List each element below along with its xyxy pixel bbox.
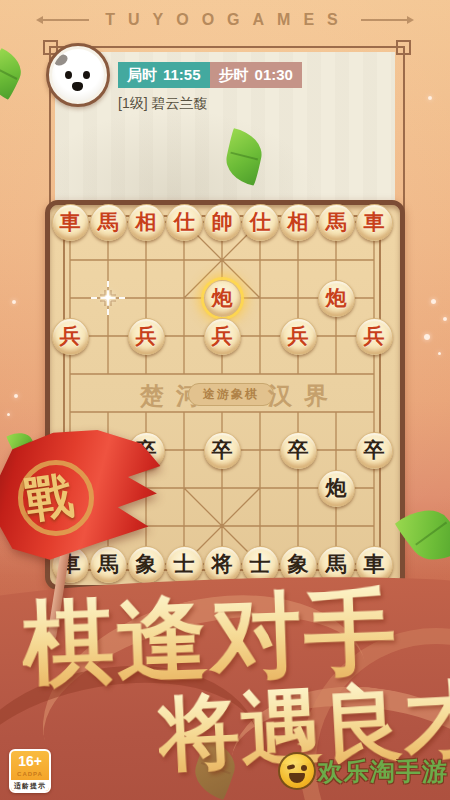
watermark-text: 欢乐淘手游 [318,755,448,788]
arrow-right-icon [407,16,414,24]
xiangqi-piece-red[interactable]: 炮 [204,280,241,317]
xiangqi-piece-red[interactable]: 兵 [128,318,165,355]
leaf-icon [0,48,28,101]
xiangqi-piece-red[interactable]: 炮 [318,280,355,317]
last-move-origin-marker: ✦ [91,281,125,315]
age-rating-badge: 16+ CADPA 适龄提示 [9,749,51,793]
game-timer-value: 11:55 [163,65,201,85]
dog-ear [52,52,69,68]
player-avatar[interactable] [46,43,110,107]
player-name: [1级] 碧云兰馥 [118,95,207,113]
dog-face-icon [52,49,104,101]
xiangqi-piece-black[interactable]: 卒 [280,432,317,469]
dog-nose [72,82,83,91]
xiangqi-piece-black[interactable]: 炮 [318,470,355,507]
move-timer-label: 步时 [219,65,249,85]
sparkle-icon [438,352,441,355]
sparkle-icon [428,96,432,100]
dog-eye [83,71,90,79]
river-label-right: 汉界 [268,380,340,412]
flag-war-character: 戰 [21,463,77,533]
xiangqi-piece-red[interactable]: 仕 [242,204,279,241]
xiangqi-piece-red[interactable]: 馬 [318,204,355,241]
sparkle-icon [7,413,10,416]
age-rating-org: CADPA [11,770,49,780]
sparkle-icon [12,300,16,304]
smiley-eye [287,764,296,770]
xiangqi-piece-red[interactable]: 兵 [52,318,89,355]
header-line-right [361,19,407,21]
xiangqi-piece-red[interactable]: 車 [52,204,89,241]
watermark: 欢乐淘手游 [278,752,448,790]
xiangqi-piece-red[interactable]: 相 [280,204,317,241]
river-brand-badge: 途游象棋 [188,383,274,406]
age-rating-number: 16+ [11,751,49,770]
sparkle-icon [14,394,18,398]
sparkle-icon [443,317,447,321]
xiangqi-piece-red[interactable]: 帥 [204,204,241,241]
sparkle-icon [431,299,436,304]
xiangqi-piece-red[interactable]: 車 [356,204,393,241]
xiangqi-piece-red[interactable]: 兵 [280,318,317,355]
smiley-mouth [289,773,305,783]
move-timer-value: 01:30 [255,65,293,85]
smiley-eye [301,765,307,771]
xiangqi-piece-black[interactable]: 卒 [204,432,241,469]
xiangqi-piece-red[interactable]: 兵 [356,318,393,355]
game-timer-badge: 局时 11:55 [118,62,210,88]
xiangqi-piece-red[interactable]: 兵 [204,318,241,355]
xiangqi-piece-red[interactable]: 相 [128,204,165,241]
frame-corner-icon [396,40,411,55]
sparkle-star-icon: ✦ [91,281,125,315]
game-timer-label: 局时 [127,65,157,85]
xiangqi-piece-red[interactable]: 仕 [166,204,203,241]
brand-logo: TUYOOGAMES [99,11,351,29]
header-line-left [43,19,89,21]
timer-bar: 局时 11:55 步时 01:30 [118,62,302,88]
app-screen: TUYOOGAMES 局时 11:55 步时 01:30 [1级] 碧云兰馥 楚… [0,0,450,800]
sparkle-icon [424,334,430,340]
xiangqi-piece-red[interactable]: 馬 [90,204,127,241]
smiley-icon [278,752,316,790]
age-rating-label: 适龄提示 [11,780,49,791]
dog-eye [65,71,72,79]
header: TUYOOGAMES [0,11,450,29]
move-timer-badge: 步时 01:30 [210,62,302,88]
xiangqi-piece-black[interactable]: 卒 [356,432,393,469]
arrow-left-icon [36,16,43,24]
